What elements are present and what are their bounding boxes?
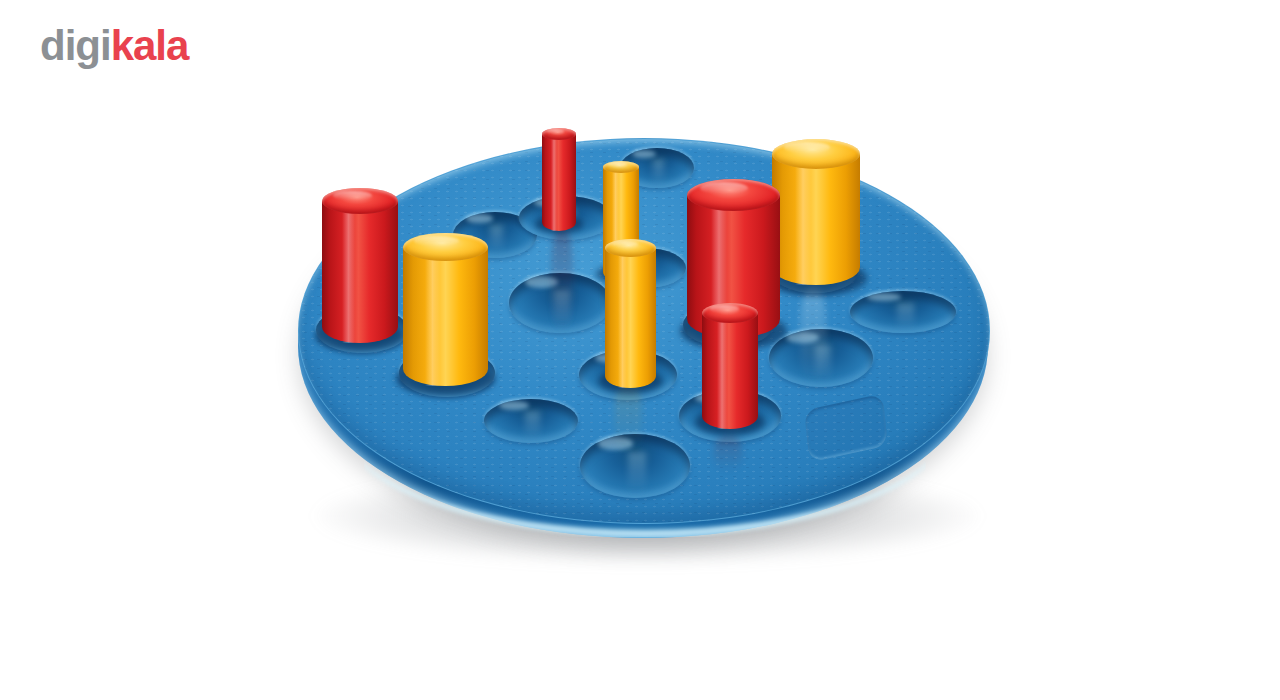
well-A3	[484, 399, 578, 443]
digikala-logo[interactable]: digikala	[40, 25, 188, 67]
peg-cylinder-body	[322, 201, 398, 343]
peg-yellow-large-A2	[403, 233, 488, 386]
well-D4	[850, 291, 956, 333]
peg-cylinder-body	[605, 248, 656, 388]
well-A4	[580, 434, 690, 498]
digikala-logo-kala: kala	[111, 22, 189, 69]
peg-cap-top	[322, 188, 398, 214]
peg-cylinder-body	[772, 154, 860, 285]
digikala-logo-digi: digi	[40, 22, 111, 69]
peg-cylinder-body	[542, 134, 576, 231]
peg-red-small-C1	[542, 128, 576, 231]
peg-red-large-A1	[322, 188, 398, 343]
peg-cap-top	[403, 233, 488, 261]
well-C4	[769, 329, 873, 387]
peg-yellow-large-D3	[772, 139, 860, 285]
peg-red-medium-B4	[702, 303, 758, 429]
peg-cap-top	[702, 303, 758, 323]
product-photo: digikala	[0, 0, 1280, 700]
peg-yellow-medium-B3	[605, 239, 656, 388]
peg-cap-top	[542, 128, 576, 140]
peg-cap-top	[605, 239, 656, 257]
peg-cylinder-body	[702, 313, 758, 429]
peg-cap-top	[603, 161, 639, 173]
peg-cap-top	[772, 139, 860, 169]
peg-cap-top	[687, 179, 780, 211]
well-B2	[509, 273, 611, 333]
peg-cylinder-body	[403, 247, 488, 386]
